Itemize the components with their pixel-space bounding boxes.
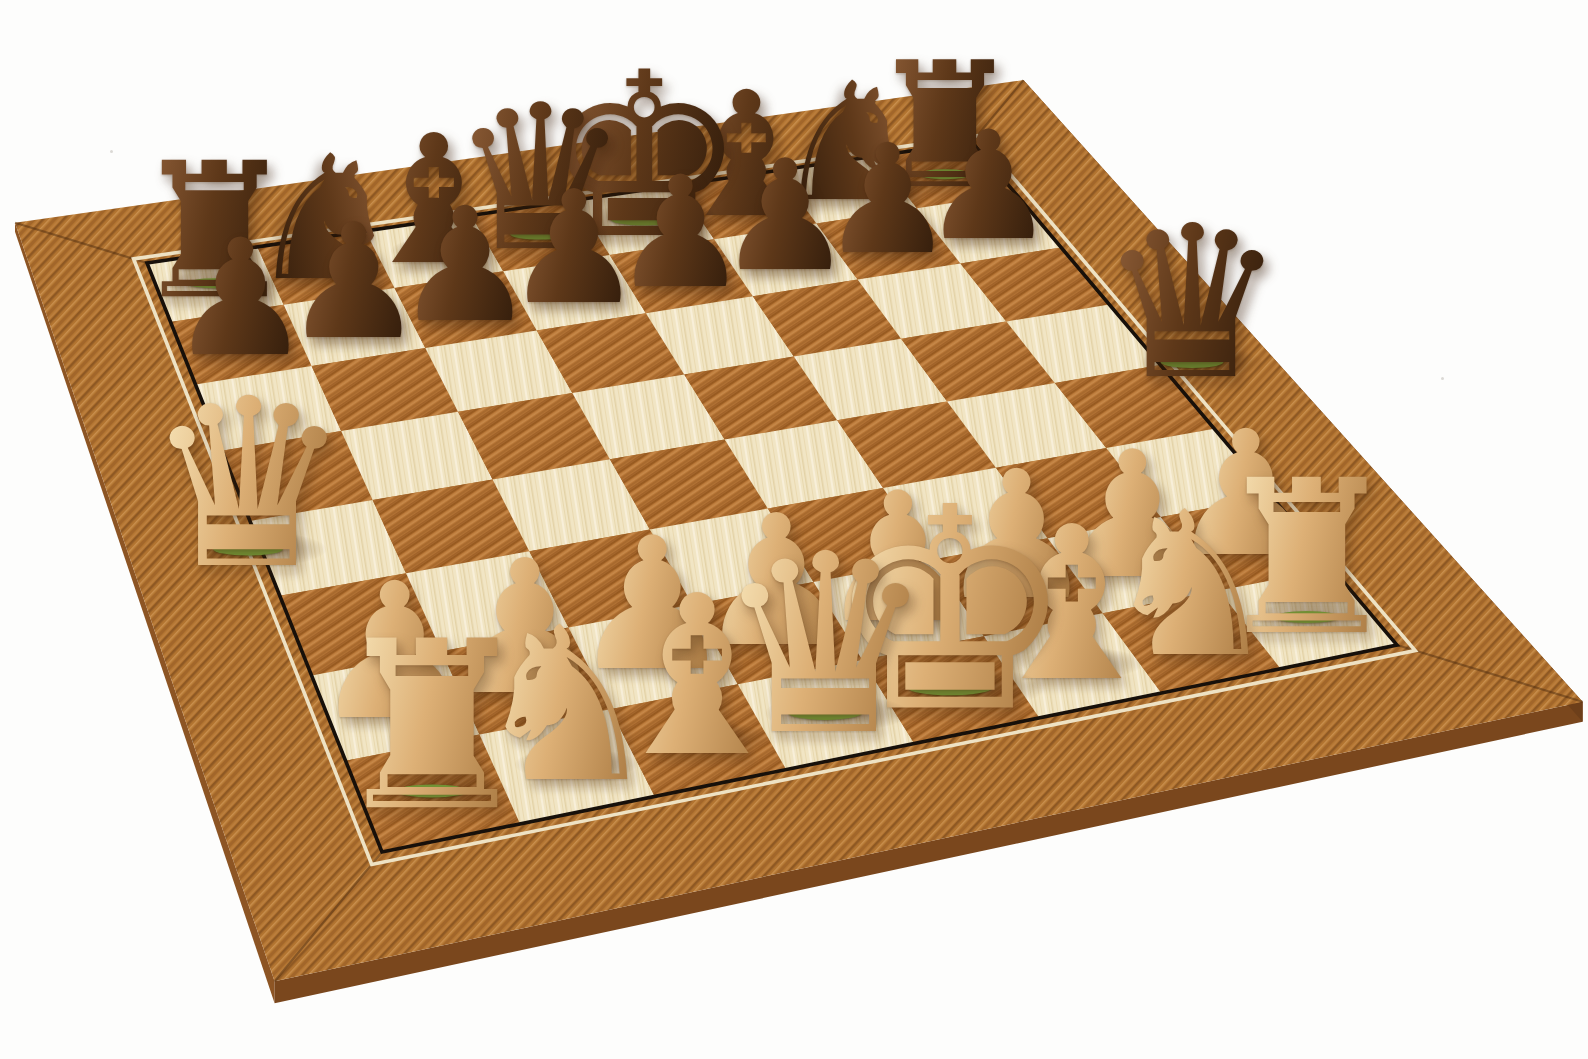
- chess-set-photo: ♜♞♝♛♚♝♞♜♟♟♟♟♟♟♟♟♟♟♟♟♟♟♟♟♜♞♝♛♚♝♞♜♛♛: [0, 0, 1588, 1059]
- dust-speck: [1441, 377, 1444, 380]
- dust-speck: [110, 150, 113, 153]
- black-queen-glyph: ♛: [1098, 198, 1287, 409]
- pieces-layer: ♜♞♝♛♚♝♞♜♟♟♟♟♟♟♟♟♟♟♟♟♟♟♟♟♜♞♝♛♚♝♞♜♛♛: [0, 0, 1588, 1059]
- white-rook-glyph: ♜: [328, 611, 536, 843]
